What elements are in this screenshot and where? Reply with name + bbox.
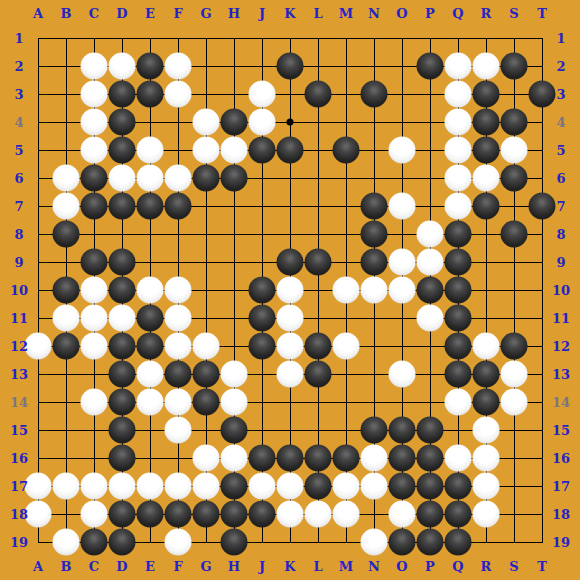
col-label-top-O: O (389, 7, 415, 20)
stone-black-E12[interactable] (137, 333, 164, 360)
stone-black-L17[interactable] (305, 473, 332, 500)
row-label-left-8: 8 (6, 228, 32, 241)
stone-white-Q7[interactable] (445, 193, 472, 220)
stone-black-O16[interactable] (389, 445, 416, 472)
stone-black-C7[interactable] (81, 193, 108, 220)
col-label-bottom-B: B (53, 560, 79, 573)
row-label-left-13: 13 (6, 368, 32, 381)
stone-black-D19[interactable] (109, 529, 136, 556)
stone-white-M12[interactable] (333, 333, 360, 360)
col-label-top-G: G (193, 7, 219, 20)
stone-white-D6[interactable] (109, 165, 136, 192)
stone-black-H4[interactable] (221, 109, 248, 136)
col-label-bottom-H: H (221, 560, 247, 573)
stone-white-G12[interactable] (193, 333, 220, 360)
stone-black-G14[interactable] (193, 389, 220, 416)
star-point-K4 (287, 119, 294, 126)
col-label-top-K: K (277, 7, 303, 20)
col-label-bottom-S: S (501, 560, 527, 573)
stone-black-G13[interactable] (193, 361, 220, 388)
stone-white-J3[interactable] (249, 81, 276, 108)
stone-black-F7[interactable] (165, 193, 192, 220)
col-label-top-F: F (165, 7, 191, 20)
stone-white-E10[interactable] (137, 277, 164, 304)
stone-white-C4[interactable] (81, 109, 108, 136)
stone-white-J4[interactable] (249, 109, 276, 136)
stone-white-B17[interactable] (53, 473, 80, 500)
col-label-top-L: L (305, 7, 331, 20)
stone-black-H18[interactable] (221, 501, 248, 528)
stone-white-K18[interactable] (277, 501, 304, 528)
stone-white-S13[interactable] (501, 361, 528, 388)
stone-black-K16[interactable] (277, 445, 304, 472)
stone-white-E14[interactable] (137, 389, 164, 416)
row-label-right-3: 3 (548, 88, 574, 101)
stone-black-H15[interactable] (221, 417, 248, 444)
stone-white-F15[interactable] (165, 417, 192, 444)
row-label-left-16: 16 (6, 452, 32, 465)
row-label-left-5: 5 (6, 144, 32, 157)
stone-black-E18[interactable] (137, 501, 164, 528)
stone-black-Q10[interactable] (445, 277, 472, 304)
stone-black-P2[interactable] (417, 53, 444, 80)
row-label-left-3: 3 (6, 88, 32, 101)
stone-black-H19[interactable] (221, 529, 248, 556)
stone-black-P15[interactable] (417, 417, 444, 444)
stone-white-Q5[interactable] (445, 137, 472, 164)
row-label-right-13: 13 (548, 368, 574, 381)
stone-white-H13[interactable] (221, 361, 248, 388)
stone-white-O18[interactable] (389, 501, 416, 528)
stone-white-R12[interactable] (473, 333, 500, 360)
stone-white-O7[interactable] (389, 193, 416, 220)
row-label-right-8: 8 (548, 228, 574, 241)
stone-white-P11[interactable] (417, 305, 444, 332)
stone-white-D17[interactable] (109, 473, 136, 500)
stone-black-N9[interactable] (361, 249, 388, 276)
stone-white-F2[interactable] (165, 53, 192, 80)
stone-white-G4[interactable] (193, 109, 220, 136)
stone-black-C19[interactable] (81, 529, 108, 556)
row-label-left-9: 9 (6, 256, 32, 269)
stone-white-K10[interactable] (277, 277, 304, 304)
col-label-top-S: S (501, 7, 527, 20)
stone-white-G5[interactable] (193, 137, 220, 164)
col-label-top-M: M (333, 7, 359, 20)
col-label-top-D: D (109, 7, 135, 20)
stone-black-N7[interactable] (361, 193, 388, 220)
stone-white-M18[interactable] (333, 501, 360, 528)
stone-white-F6[interactable] (165, 165, 192, 192)
row-label-right-15: 15 (548, 424, 574, 437)
stone-black-R14[interactable] (473, 389, 500, 416)
stone-white-J17[interactable] (249, 473, 276, 500)
stone-black-D3[interactable] (109, 81, 136, 108)
stone-white-M10[interactable] (333, 277, 360, 304)
stone-black-R7[interactable] (473, 193, 500, 220)
stone-white-C5[interactable] (81, 137, 108, 164)
stone-white-Q2[interactable] (445, 53, 472, 80)
stone-white-F3[interactable] (165, 81, 192, 108)
stone-black-E3[interactable] (137, 81, 164, 108)
stone-white-H5[interactable] (221, 137, 248, 164)
stone-white-O10[interactable] (389, 277, 416, 304)
stone-black-O17[interactable] (389, 473, 416, 500)
stone-black-R13[interactable] (473, 361, 500, 388)
stone-white-Q4[interactable] (445, 109, 472, 136)
stone-black-J5[interactable] (249, 137, 276, 164)
stone-white-R18[interactable] (473, 501, 500, 528)
stone-white-Q6[interactable] (445, 165, 472, 192)
stone-white-K11[interactable] (277, 305, 304, 332)
stone-black-L3[interactable] (305, 81, 332, 108)
col-label-bottom-P: P (417, 560, 443, 573)
stone-black-R5[interactable] (473, 137, 500, 164)
col-label-top-Q: Q (445, 7, 471, 20)
stone-white-E13[interactable] (137, 361, 164, 388)
stone-black-N3[interactable] (361, 81, 388, 108)
stone-white-P8[interactable] (417, 221, 444, 248)
col-label-top-R: R (473, 7, 499, 20)
stone-black-E11[interactable] (137, 305, 164, 332)
stone-black-D4[interactable] (109, 109, 136, 136)
row-label-right-17: 17 (548, 480, 574, 493)
col-label-top-E: E (137, 7, 163, 20)
stone-white-R16[interactable] (473, 445, 500, 472)
stone-black-K2[interactable] (277, 53, 304, 80)
row-label-right-11: 11 (548, 312, 574, 325)
stone-black-M16[interactable] (333, 445, 360, 472)
row-label-left-7: 7 (6, 200, 32, 213)
stone-black-S12[interactable] (501, 333, 528, 360)
row-label-right-10: 10 (548, 284, 574, 297)
stone-black-G18[interactable] (193, 501, 220, 528)
stone-white-R15[interactable] (473, 417, 500, 444)
stone-black-D14[interactable] (109, 389, 136, 416)
stone-white-C11[interactable] (81, 305, 108, 332)
col-label-top-B: B (53, 7, 79, 20)
stone-white-S14[interactable] (501, 389, 528, 416)
col-label-top-N: N (361, 7, 387, 20)
stone-black-F13[interactable] (165, 361, 192, 388)
col-label-bottom-A: A (25, 560, 51, 573)
col-label-top-C: C (81, 7, 107, 20)
row-label-right-1: 1 (548, 32, 574, 45)
stone-black-D10[interactable] (109, 277, 136, 304)
col-label-top-T: T (529, 7, 555, 20)
stone-black-Q9[interactable] (445, 249, 472, 276)
stone-white-F12[interactable] (165, 333, 192, 360)
stone-white-C17[interactable] (81, 473, 108, 500)
row-label-left-6: 6 (6, 172, 32, 185)
row-label-left-15: 15 (6, 424, 32, 437)
col-label-bottom-M: M (333, 560, 359, 573)
stone-black-J16[interactable] (249, 445, 276, 472)
stone-black-E2[interactable] (137, 53, 164, 80)
stone-black-Q18[interactable] (445, 501, 472, 528)
stone-white-P9[interactable] (417, 249, 444, 276)
stone-white-E5[interactable] (137, 137, 164, 164)
stone-white-F14[interactable] (165, 389, 192, 416)
stone-black-S8[interactable] (501, 221, 528, 248)
stone-white-G17[interactable] (193, 473, 220, 500)
stone-black-Q11[interactable] (445, 305, 472, 332)
stone-white-S5[interactable] (501, 137, 528, 164)
col-label-bottom-O: O (389, 560, 415, 573)
stone-black-L12[interactable] (305, 333, 332, 360)
col-label-bottom-C: C (81, 560, 107, 573)
stone-black-Q12[interactable] (445, 333, 472, 360)
stone-black-C6[interactable] (81, 165, 108, 192)
row-label-left-17: 17 (6, 480, 32, 493)
stone-white-B19[interactable] (53, 529, 80, 556)
stone-white-B11[interactable] (53, 305, 80, 332)
stone-black-Q17[interactable] (445, 473, 472, 500)
stone-white-Q14[interactable] (445, 389, 472, 416)
stone-black-N8[interactable] (361, 221, 388, 248)
stone-black-Q19[interactable] (445, 529, 472, 556)
stone-black-L16[interactable] (305, 445, 332, 472)
col-label-top-P: P (417, 7, 443, 20)
row-label-right-9: 9 (548, 256, 574, 269)
stone-black-F18[interactable] (165, 501, 192, 528)
col-label-bottom-Q: Q (445, 560, 471, 573)
row-label-right-16: 16 (548, 452, 574, 465)
stone-black-G6[interactable] (193, 165, 220, 192)
stone-white-R2[interactable] (473, 53, 500, 80)
stone-black-D18[interactable] (109, 501, 136, 528)
stone-black-K5[interactable] (277, 137, 304, 164)
stone-white-O13[interactable] (389, 361, 416, 388)
stone-black-C9[interactable] (81, 249, 108, 276)
stone-black-D15[interactable] (109, 417, 136, 444)
col-label-bottom-N: N (361, 560, 387, 573)
stone-black-S6[interactable] (501, 165, 528, 192)
stone-white-N19[interactable] (361, 529, 388, 556)
stone-white-O5[interactable] (389, 137, 416, 164)
stone-white-C2[interactable] (81, 53, 108, 80)
stone-white-F17[interactable] (165, 473, 192, 500)
stone-white-N17[interactable] (361, 473, 388, 500)
stone-white-E6[interactable] (137, 165, 164, 192)
stone-white-K17[interactable] (277, 473, 304, 500)
stone-white-H16[interactable] (221, 445, 248, 472)
stone-black-O15[interactable] (389, 417, 416, 444)
stone-black-O19[interactable] (389, 529, 416, 556)
stone-white-R6[interactable] (473, 165, 500, 192)
stone-black-B12[interactable] (53, 333, 80, 360)
stone-black-B10[interactable] (53, 277, 80, 304)
stone-black-R3[interactable] (473, 81, 500, 108)
row-label-left-1: 1 (6, 32, 32, 45)
col-label-bottom-D: D (109, 560, 135, 573)
row-label-left-4: 4 (6, 116, 32, 129)
stone-black-P19[interactable] (417, 529, 444, 556)
stone-white-O9[interactable] (389, 249, 416, 276)
row-label-left-19: 19 (6, 536, 32, 549)
col-label-bottom-E: E (137, 560, 163, 573)
stone-black-P17[interactable] (417, 473, 444, 500)
row-label-right-14: 14 (548, 396, 574, 409)
row-label-right-18: 18 (548, 508, 574, 521)
row-label-right-5: 5 (548, 144, 574, 157)
stone-white-M17[interactable] (333, 473, 360, 500)
col-label-bottom-G: G (193, 560, 219, 573)
stone-white-E17[interactable] (137, 473, 164, 500)
grid-line-vertical (542, 38, 543, 543)
stone-black-S4[interactable] (501, 109, 528, 136)
row-label-left-10: 10 (6, 284, 32, 297)
stone-black-J18[interactable] (249, 501, 276, 528)
row-label-left-11: 11 (6, 312, 32, 325)
stone-white-N16[interactable] (361, 445, 388, 472)
stone-white-K13[interactable] (277, 361, 304, 388)
stone-black-L13[interactable] (305, 361, 332, 388)
col-label-top-H: H (221, 7, 247, 20)
stone-white-F19[interactable] (165, 529, 192, 556)
col-label-bottom-L: L (305, 560, 331, 573)
stone-black-D12[interactable] (109, 333, 136, 360)
stone-black-M5[interactable] (333, 137, 360, 164)
stone-white-C3[interactable] (81, 81, 108, 108)
stone-black-D5[interactable] (109, 137, 136, 164)
stone-black-D7[interactable] (109, 193, 136, 220)
stone-black-D16[interactable] (109, 445, 136, 472)
stone-black-Q13[interactable] (445, 361, 472, 388)
row-label-left-14: 14 (6, 396, 32, 409)
col-label-bottom-K: K (277, 560, 303, 573)
stone-white-D11[interactable] (109, 305, 136, 332)
stone-white-Q16[interactable] (445, 445, 472, 472)
col-label-bottom-F: F (165, 560, 191, 573)
stone-white-D2[interactable] (109, 53, 136, 80)
row-label-left-12: 12 (6, 340, 32, 353)
stone-white-B6[interactable] (53, 165, 80, 192)
stone-black-H17[interactable] (221, 473, 248, 500)
go-board[interactable]: AABBCCDDEEFFGGHHJJKKLLMMNNOOPPQQRRSSTT11… (0, 0, 580, 580)
col-label-bottom-T: T (529, 560, 555, 573)
stone-white-C18[interactable] (81, 501, 108, 528)
stone-white-C12[interactable] (81, 333, 108, 360)
stone-black-J12[interactable] (249, 333, 276, 360)
stone-black-H6[interactable] (221, 165, 248, 192)
stone-black-S2[interactable] (501, 53, 528, 80)
col-label-top-J: J (249, 7, 275, 20)
stone-black-R4[interactable] (473, 109, 500, 136)
stone-black-E7[interactable] (137, 193, 164, 220)
stone-black-Q8[interactable] (445, 221, 472, 248)
row-label-right-6: 6 (548, 172, 574, 185)
stone-white-N10[interactable] (361, 277, 388, 304)
stone-black-P18[interactable] (417, 501, 444, 528)
stone-black-D13[interactable] (109, 361, 136, 388)
stone-black-B8[interactable] (53, 221, 80, 248)
stone-white-H14[interactable] (221, 389, 248, 416)
stone-black-P10[interactable] (417, 277, 444, 304)
col-label-top-A: A (25, 7, 51, 20)
row-label-right-4: 4 (548, 116, 574, 129)
stone-white-R17[interactable] (473, 473, 500, 500)
stone-white-F10[interactable] (165, 277, 192, 304)
stone-white-L18[interactable] (305, 501, 332, 528)
stone-black-N15[interactable] (361, 417, 388, 444)
row-label-right-12: 12 (548, 340, 574, 353)
row-label-left-2: 2 (6, 60, 32, 73)
stone-black-P16[interactable] (417, 445, 444, 472)
stone-white-B7[interactable] (53, 193, 80, 220)
stone-black-J10[interactable] (249, 277, 276, 304)
row-label-right-19: 19 (548, 536, 574, 549)
stone-white-C10[interactable] (81, 277, 108, 304)
stone-black-D9[interactable] (109, 249, 136, 276)
stone-white-K12[interactable] (277, 333, 304, 360)
stone-black-J11[interactable] (249, 305, 276, 332)
row-label-left-18: 18 (6, 508, 32, 521)
stone-black-K9[interactable] (277, 249, 304, 276)
row-label-right-2: 2 (548, 60, 574, 73)
stone-white-C14[interactable] (81, 389, 108, 416)
stone-white-Q3[interactable] (445, 81, 472, 108)
row-label-right-7: 7 (548, 200, 574, 213)
stone-black-L9[interactable] (305, 249, 332, 276)
stone-white-F11[interactable] (165, 305, 192, 332)
col-label-bottom-J: J (249, 560, 275, 573)
col-label-bottom-R: R (473, 560, 499, 573)
stone-white-G16[interactable] (193, 445, 220, 472)
